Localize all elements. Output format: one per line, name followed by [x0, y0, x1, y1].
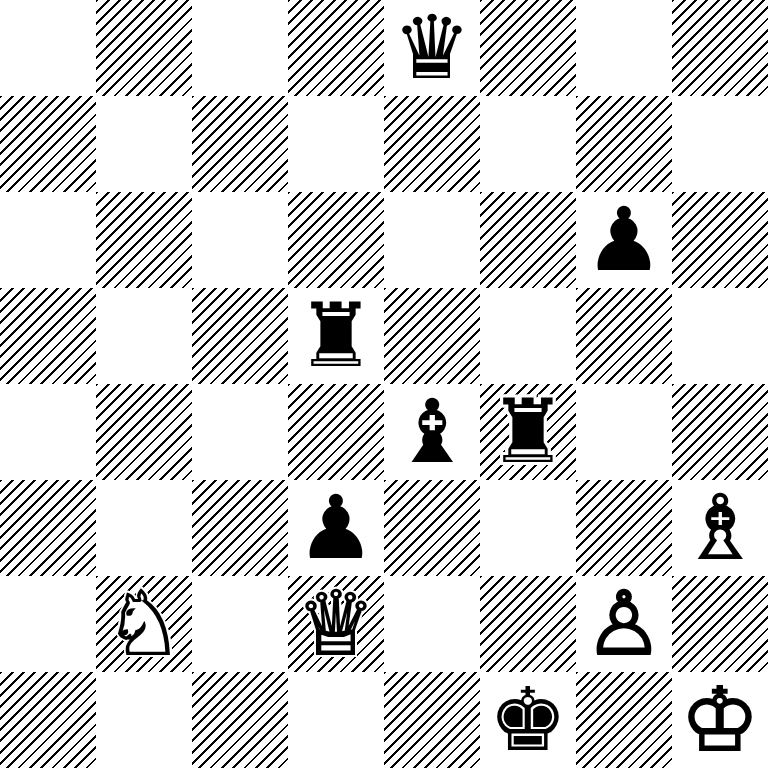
white-queen[interactable]: ♕	[288, 576, 384, 672]
black-rook[interactable]: ♜	[288, 288, 384, 384]
square-g1[interactable]	[576, 672, 672, 768]
square-e8[interactable]: ♛♛	[384, 0, 480, 96]
square-b7[interactable]	[96, 96, 192, 192]
square-g2[interactable]: ♟♙	[576, 576, 672, 672]
square-f6[interactable]	[480, 192, 576, 288]
square-d1[interactable]	[288, 672, 384, 768]
square-c3[interactable]	[192, 480, 288, 576]
square-f2[interactable]	[480, 576, 576, 672]
white-king[interactable]: ♔	[672, 672, 768, 768]
square-h5[interactable]	[672, 288, 768, 384]
square-f4[interactable]: ♜♜	[480, 384, 576, 480]
square-f7[interactable]	[480, 96, 576, 192]
black-pawn[interactable]: ♟	[576, 192, 672, 288]
square-a4[interactable]	[0, 384, 96, 480]
square-a2[interactable]	[0, 576, 96, 672]
square-d8[interactable]	[288, 0, 384, 96]
square-d4[interactable]	[288, 384, 384, 480]
square-d5[interactable]: ♜♜	[288, 288, 384, 384]
white-pawn[interactable]: ♙	[576, 576, 672, 672]
square-h4[interactable]	[672, 384, 768, 480]
square-d7[interactable]	[288, 96, 384, 192]
square-a1[interactable]	[0, 672, 96, 768]
square-h7[interactable]	[672, 96, 768, 192]
square-b6[interactable]	[96, 192, 192, 288]
square-b4[interactable]	[96, 384, 192, 480]
square-b3[interactable]	[96, 480, 192, 576]
square-e3[interactable]	[384, 480, 480, 576]
square-h1[interactable]: ♚♔	[672, 672, 768, 768]
square-h3[interactable]: ♝♗	[672, 480, 768, 576]
square-h6[interactable]	[672, 192, 768, 288]
square-c1[interactable]	[192, 672, 288, 768]
square-e7[interactable]	[384, 96, 480, 192]
square-e2[interactable]	[384, 576, 480, 672]
square-a8[interactable]	[0, 0, 96, 96]
black-rook[interactable]: ♜	[480, 384, 576, 480]
square-e1[interactable]	[384, 672, 480, 768]
square-a5[interactable]	[0, 288, 96, 384]
square-g4[interactable]	[576, 384, 672, 480]
square-g5[interactable]	[576, 288, 672, 384]
square-h8[interactable]	[672, 0, 768, 96]
square-b2[interactable]: ♞♘	[96, 576, 192, 672]
square-f5[interactable]	[480, 288, 576, 384]
black-pawn[interactable]: ♟	[288, 480, 384, 576]
square-d3[interactable]: ♟♟	[288, 480, 384, 576]
square-b1[interactable]	[96, 672, 192, 768]
square-c4[interactable]	[192, 384, 288, 480]
square-d6[interactable]	[288, 192, 384, 288]
black-bishop[interactable]: ♝	[384, 384, 480, 480]
square-g7[interactable]	[576, 96, 672, 192]
square-h2[interactable]	[672, 576, 768, 672]
white-knight[interactable]: ♘	[96, 576, 192, 672]
square-b8[interactable]	[96, 0, 192, 96]
white-bishop[interactable]: ♗	[672, 480, 768, 576]
square-b5[interactable]	[96, 288, 192, 384]
square-a7[interactable]	[0, 96, 96, 192]
square-g6[interactable]: ♟♟	[576, 192, 672, 288]
square-e4[interactable]: ♝♝	[384, 384, 480, 480]
chess-board: ♛♛♟♟♜♜♝♝♜♜♟♟♝♗♞♘♛♕♟♙♚♚♚♔	[0, 0, 768, 768]
square-a3[interactable]	[0, 480, 96, 576]
square-g8[interactable]	[576, 0, 672, 96]
square-d2[interactable]: ♛♕	[288, 576, 384, 672]
square-c8[interactable]	[192, 0, 288, 96]
black-queen[interactable]: ♛	[384, 0, 480, 96]
square-f1[interactable]: ♚♚	[480, 672, 576, 768]
square-c6[interactable]	[192, 192, 288, 288]
square-f3[interactable]	[480, 480, 576, 576]
square-e6[interactable]	[384, 192, 480, 288]
square-c5[interactable]	[192, 288, 288, 384]
square-c2[interactable]	[192, 576, 288, 672]
square-c7[interactable]	[192, 96, 288, 192]
square-g3[interactable]	[576, 480, 672, 576]
square-f8[interactable]	[480, 0, 576, 96]
square-e5[interactable]	[384, 288, 480, 384]
black-king[interactable]: ♚	[480, 672, 576, 768]
square-a6[interactable]	[0, 192, 96, 288]
